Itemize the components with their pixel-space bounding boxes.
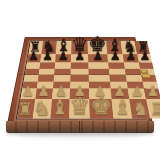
black-bishop: ♝ [56,37,71,54]
square-h8: ♜ [134,41,150,54]
square-c8: ♝ [56,41,72,54]
square-f7: ♟ [107,54,123,62]
square-d3 [70,82,89,89]
square-c3 [53,82,70,89]
square-d2: ♟ [70,89,90,100]
square-e7: ♟ [88,54,108,62]
square-h3 [142,82,158,89]
square-d7: ♟ [71,54,89,62]
black-knight: ♞ [42,38,56,54]
black-rook: ♜ [29,40,42,54]
square-g3 [126,82,143,89]
square-h7: ♟ [137,54,152,62]
square-a3 [22,82,37,89]
square-b8: ♞ [41,41,57,54]
square-e2: ♟ [89,89,111,100]
square-c7: ♟ [55,54,71,62]
square-e8: ♚ [88,41,107,54]
square-g7: ♟ [122,54,138,62]
square-a7: ♟ [27,54,41,62]
square-c2: ♟ [52,89,70,100]
white-queen: ♛ [69,95,90,118]
white-rook: ♜ [17,100,33,118]
square-b1: ♞ [33,99,52,118]
square-a2: ♟ [20,89,36,100]
square-h2: ♟ [144,89,160,100]
square-b2: ♟ [35,89,53,100]
square-f3 [110,82,128,89]
square-c1: ♝ [51,99,70,118]
board-frame: ♜♞♝♛♚♝♞♜♟♟♟♟♟♟♟♟♟♟♟♟♟♟♟♟♜♞♝♛♚♝♞♜ [7,37,153,124]
board-grid: ♜♞♝♛♚♝♞♜♟♟♟♟♟♟♟♟♟♟♟♟♟♟♟♟♜♞♝♛♚♝♞♜ [16,41,146,120]
square-b7: ♟ [40,54,56,62]
square-e1: ♚ [90,99,114,118]
chess-board: ♜♞♝♛♚♝♞♜♟♟♟♟♟♟♟♟♟♟♟♟♟♟♟♟♜♞♝♛♚♝♞♜ [7,37,153,124]
drop-shadow [14,132,146,137]
white-bishop: ♝ [51,98,69,119]
latch-tab-bottom [141,74,151,78]
square-e3 [89,82,110,89]
white-rook: ♜ [149,100,160,118]
latch-tab-top [140,70,149,74]
chess-set-photo: ♜♞♝♛♚♝♞♜♟♟♟♟♟♟♟♟♟♟♟♟♟♟♟♟♜♞♝♛♚♝♞♜ [0,0,160,160]
square-d8: ♛ [71,41,88,54]
black-king: ♚ [88,33,107,54]
black-rook: ♜ [137,40,150,54]
square-b3 [37,82,54,89]
square-f2: ♟ [110,89,129,100]
black-bishop: ♝ [107,37,122,54]
black-queen: ♛ [71,35,88,54]
white-knight: ♞ [33,99,51,119]
square-d1: ♛ [69,99,90,118]
